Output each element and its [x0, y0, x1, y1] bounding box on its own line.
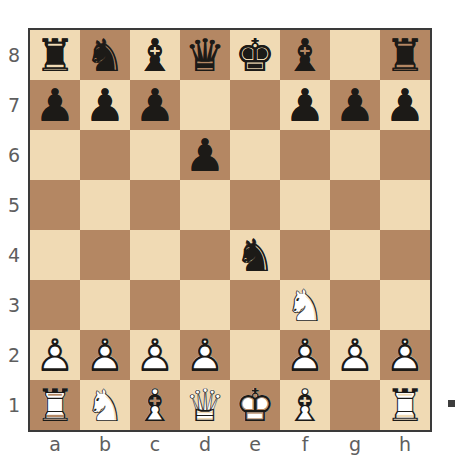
- piece-bP-h7[interactable]: ♟♙: [380, 80, 430, 130]
- square-a8[interactable]: ♜♖: [30, 30, 80, 80]
- piece-glyph-outline: ♕: [180, 380, 230, 430]
- square-c1[interactable]: ♝♗: [130, 380, 180, 430]
- square-d3[interactable]: [180, 280, 230, 330]
- piece-wP-b2[interactable]: ♟♙: [80, 330, 130, 380]
- square-e2[interactable]: [230, 330, 280, 380]
- piece-bK-e8[interactable]: ♚♔: [230, 30, 280, 80]
- square-h8[interactable]: ♜♖: [380, 30, 430, 80]
- piece-glyph-outline: ♘: [80, 30, 130, 80]
- piece-glyph-outline: ♙: [80, 330, 130, 380]
- piece-glyph-outline: ♖: [30, 380, 80, 430]
- rank-label-1: 1: [0, 380, 20, 430]
- piece-glyph-outline: ♙: [280, 330, 330, 380]
- piece-glyph-outline: ♖: [30, 30, 80, 80]
- square-a7[interactable]: ♟♙: [30, 80, 80, 130]
- square-c6[interactable]: [130, 130, 180, 180]
- square-h2[interactable]: ♟♙: [380, 330, 430, 380]
- rank-coordinates: 87654321: [0, 30, 20, 430]
- square-e3[interactable]: [230, 280, 280, 330]
- piece-glyph-outline: ♔: [230, 380, 280, 430]
- square-b7[interactable]: ♟♙: [80, 80, 130, 130]
- piece-bP-a7[interactable]: ♟♙: [30, 80, 80, 130]
- piece-bN-b8[interactable]: ♞♘: [80, 30, 130, 80]
- square-c3[interactable]: [130, 280, 180, 330]
- piece-bP-c7[interactable]: ♟♙: [130, 80, 180, 130]
- piece-wQ-d1[interactable]: ♛♕: [180, 380, 230, 430]
- square-g7[interactable]: ♟♙: [330, 80, 380, 130]
- page-background: ♜♖♞♘♝♗♛♕♚♔♝♗♜♖♟♙♟♙♟♙♟♙♟♙♟♙♟♙♞♘♞♘♟♙♟♙♟♙♟♙…: [0, 0, 464, 464]
- square-d2[interactable]: ♟♙: [180, 330, 230, 380]
- square-h6[interactable]: [380, 130, 430, 180]
- square-g8[interactable]: [330, 30, 380, 80]
- square-f3[interactable]: ♞♘: [280, 280, 330, 330]
- piece-glyph-outline: ♗: [130, 30, 180, 80]
- rank-label-3: 3: [0, 280, 20, 330]
- square-b5[interactable]: [80, 180, 130, 230]
- piece-wP-h2[interactable]: ♟♙: [380, 330, 430, 380]
- square-f7[interactable]: ♟♙: [280, 80, 330, 130]
- square-a6[interactable]: [30, 130, 80, 180]
- square-g4[interactable]: [330, 230, 380, 280]
- square-f4[interactable]: [280, 230, 330, 280]
- piece-wP-a2[interactable]: ♟♙: [30, 330, 80, 380]
- square-d5[interactable]: [180, 180, 230, 230]
- square-c2[interactable]: ♟♙: [130, 330, 180, 380]
- rank-label-4: 4: [0, 230, 20, 280]
- piece-glyph-outline: ♗: [130, 380, 180, 430]
- file-label-f: f: [280, 433, 330, 455]
- square-f2[interactable]: ♟♙: [280, 330, 330, 380]
- square-b8[interactable]: ♞♘: [80, 30, 130, 80]
- rank-label-8: 8: [0, 30, 20, 80]
- square-e6[interactable]: [230, 130, 280, 180]
- square-c4[interactable]: [130, 230, 180, 280]
- piece-bP-f7[interactable]: ♟♙: [280, 80, 330, 130]
- board-corner-marker: [448, 400, 455, 407]
- square-e7[interactable]: [230, 80, 280, 130]
- square-e5[interactable]: [230, 180, 280, 230]
- square-f6[interactable]: [280, 130, 330, 180]
- piece-glyph-outline: ♙: [180, 130, 230, 180]
- square-f5[interactable]: [280, 180, 330, 230]
- rank-label-7: 7: [0, 80, 20, 130]
- piece-bP-g7[interactable]: ♟♙: [330, 80, 380, 130]
- square-d4[interactable]: [180, 230, 230, 280]
- file-label-g: g: [330, 433, 380, 455]
- square-f8[interactable]: ♝♗: [280, 30, 330, 80]
- piece-wP-g2[interactable]: ♟♙: [330, 330, 380, 380]
- square-g1[interactable]: [330, 380, 380, 430]
- piece-glyph-outline: ♙: [330, 80, 380, 130]
- square-b2[interactable]: ♟♙: [80, 330, 130, 380]
- square-c8[interactable]: ♝♗: [130, 30, 180, 80]
- piece-bR-h8[interactable]: ♜♖: [380, 30, 430, 80]
- file-label-a: a: [30, 433, 80, 455]
- piece-bN-e4[interactable]: ♞♘: [230, 230, 280, 280]
- square-b6[interactable]: [80, 130, 130, 180]
- piece-glyph-outline: ♙: [130, 330, 180, 380]
- square-a4[interactable]: [30, 230, 80, 280]
- piece-glyph-outline: ♕: [180, 30, 230, 80]
- square-b1[interactable]: ♞♘: [80, 380, 130, 430]
- rank-label-2: 2: [0, 330, 20, 380]
- piece-glyph-outline: ♘: [80, 380, 130, 430]
- piece-bB-c8[interactable]: ♝♗: [130, 30, 180, 80]
- square-a1[interactable]: ♜♖: [30, 380, 80, 430]
- file-label-c: c: [130, 433, 180, 455]
- piece-glyph-outline: ♙: [180, 330, 230, 380]
- piece-wN-f3[interactable]: ♞♘: [280, 280, 330, 330]
- square-g5[interactable]: [330, 180, 380, 230]
- square-b3[interactable]: [80, 280, 130, 330]
- square-a2[interactable]: ♟♙: [30, 330, 80, 380]
- square-d6[interactable]: ♟♙: [180, 130, 230, 180]
- file-label-d: d: [180, 433, 230, 455]
- piece-glyph-outline: ♘: [230, 230, 280, 280]
- square-d7[interactable]: [180, 80, 230, 130]
- piece-glyph-outline: ♙: [130, 80, 180, 130]
- square-g3[interactable]: [330, 280, 380, 330]
- piece-bP-b7[interactable]: ♟♙: [80, 80, 130, 130]
- square-h4[interactable]: [380, 230, 430, 280]
- piece-glyph-outline: ♗: [280, 380, 330, 430]
- piece-glyph-outline: ♘: [280, 280, 330, 330]
- square-c5[interactable]: [130, 180, 180, 230]
- chess-board: ♜♖♞♘♝♗♛♕♚♔♝♗♜♖♟♙♟♙♟♙♟♙♟♙♟♙♟♙♞♘♞♘♟♙♟♙♟♙♟♙…: [28, 28, 432, 432]
- piece-wN-b1[interactable]: ♞♘: [80, 380, 130, 430]
- piece-wP-d2[interactable]: ♟♙: [180, 330, 230, 380]
- piece-wK-e1[interactable]: ♚♔: [230, 380, 280, 430]
- piece-glyph-outline: ♔: [230, 30, 280, 80]
- square-d8[interactable]: ♛♕: [180, 30, 230, 80]
- square-e4[interactable]: ♞♘: [230, 230, 280, 280]
- piece-glyph-outline: ♙: [30, 330, 80, 380]
- file-coordinates: abcdefgh: [30, 433, 430, 455]
- piece-glyph-outline: ♙: [80, 80, 130, 130]
- file-label-h: h: [380, 433, 430, 455]
- piece-wR-a1[interactable]: ♜♖: [30, 380, 80, 430]
- rank-label-5: 5: [0, 180, 20, 230]
- square-g2[interactable]: ♟♙: [330, 330, 380, 380]
- square-h3[interactable]: [380, 280, 430, 330]
- piece-glyph-outline: ♖: [380, 380, 430, 430]
- square-h5[interactable]: [380, 180, 430, 230]
- piece-glyph-outline: ♙: [330, 330, 380, 380]
- piece-wR-h1[interactable]: ♜♖: [380, 380, 430, 430]
- square-e1[interactable]: ♚♔: [230, 380, 280, 430]
- piece-wB-f1[interactable]: ♝♗: [280, 380, 330, 430]
- square-d1[interactable]: ♛♕: [180, 380, 230, 430]
- piece-wB-c1[interactable]: ♝♗: [130, 380, 180, 430]
- piece-glyph-outline: ♗: [280, 30, 330, 80]
- rank-label-6: 6: [0, 130, 20, 180]
- square-c7[interactable]: ♟♙: [130, 80, 180, 130]
- square-f1[interactable]: ♝♗: [280, 380, 330, 430]
- piece-wP-c2[interactable]: ♟♙: [130, 330, 180, 380]
- square-e8[interactable]: ♚♔: [230, 30, 280, 80]
- piece-wP-f2[interactable]: ♟♙: [280, 330, 330, 380]
- square-g6[interactable]: [330, 130, 380, 180]
- square-a5[interactable]: [30, 180, 80, 230]
- piece-glyph-outline: ♙: [30, 80, 80, 130]
- square-a3[interactable]: [30, 280, 80, 330]
- piece-bP-d6[interactable]: ♟♙: [180, 130, 230, 180]
- square-b4[interactable]: [80, 230, 130, 280]
- piece-glyph-outline: ♙: [380, 80, 430, 130]
- file-label-b: b: [80, 433, 130, 455]
- piece-glyph-outline: ♙: [280, 80, 330, 130]
- square-h1[interactable]: ♜♖: [380, 380, 430, 430]
- file-label-e: e: [230, 433, 280, 455]
- piece-bR-a8[interactable]: ♜♖: [30, 30, 80, 80]
- piece-glyph-outline: ♖: [380, 30, 430, 80]
- piece-bB-f8[interactable]: ♝♗: [280, 30, 330, 80]
- piece-bQ-d8[interactable]: ♛♕: [180, 30, 230, 80]
- piece-glyph-outline: ♙: [380, 330, 430, 380]
- square-h7[interactable]: ♟♙: [380, 80, 430, 130]
